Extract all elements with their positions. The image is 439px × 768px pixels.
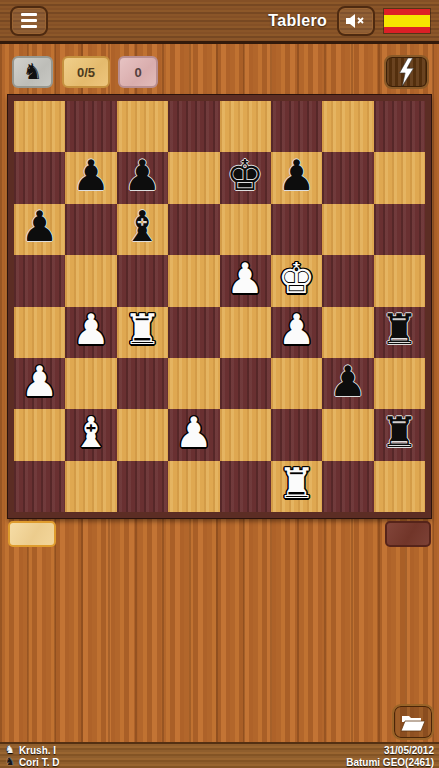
square-a2[interactable] (14, 409, 65, 460)
square-g3[interactable]: ♟ (322, 358, 373, 409)
square-c1[interactable] (117, 461, 168, 512)
square-h3[interactable] (374, 358, 425, 409)
game-info-bar: ♞ Krush. I ♞ Cori T. D 31/05/2012 Batumi… (0, 742, 439, 768)
square-c3[interactable] (117, 358, 168, 409)
white-knight-icon: ♞ (5, 745, 15, 755)
square-f1[interactable]: ♜ (271, 461, 322, 512)
piece-wp-f4[interactable]: ♟ (278, 309, 316, 351)
square-e8[interactable] (220, 101, 271, 152)
square-e7[interactable]: ♚ (220, 152, 271, 203)
square-g8[interactable] (322, 101, 373, 152)
square-a3[interactable]: ♟ (14, 358, 65, 409)
black-player-row: ♞ Cori T. D (5, 757, 59, 768)
square-b8[interactable] (65, 101, 116, 152)
black-knight-icon: ♞ (5, 757, 15, 767)
square-b3[interactable] (65, 358, 116, 409)
square-c6[interactable]: ♝ (117, 204, 168, 255)
secondary-counter-badge[interactable]: 0 (118, 56, 158, 88)
square-d4[interactable] (168, 307, 219, 358)
engine-button[interactable] (384, 55, 429, 89)
flag-red-stripe (384, 27, 430, 33)
piece-br-h4[interactable]: ♜ (380, 309, 418, 351)
piece-bp-g3[interactable]: ♟ (329, 361, 367, 403)
spain-flag-icon[interactable] (383, 8, 431, 34)
square-d1[interactable] (168, 461, 219, 512)
piece-wp-e5[interactable]: ♟ (226, 258, 264, 300)
lightning-icon (397, 58, 417, 86)
square-c5[interactable] (117, 255, 168, 306)
square-c4[interactable]: ♜ (117, 307, 168, 358)
square-c2[interactable] (117, 409, 168, 460)
square-a1[interactable] (14, 461, 65, 512)
piece-wb-b2[interactable]: ♝ (72, 412, 110, 454)
square-f7[interactable]: ♟ (271, 152, 322, 203)
square-b1[interactable] (65, 461, 116, 512)
square-h7[interactable] (374, 152, 425, 203)
square-e4[interactable] (220, 307, 271, 358)
square-f3[interactable] (271, 358, 322, 409)
square-g5[interactable] (322, 255, 373, 306)
square-h2[interactable]: ♜ (374, 409, 425, 460)
square-a7[interactable] (14, 152, 65, 203)
piece-mode-button[interactable]: ♞ (12, 56, 53, 88)
square-a8[interactable] (14, 101, 65, 152)
page-title: Tablero (268, 12, 327, 30)
square-e1[interactable] (220, 461, 271, 512)
square-c7[interactable]: ♟ (117, 152, 168, 203)
event-block: 31/05/2012 Batumi GEO(2461) (346, 745, 434, 768)
piece-wr-f1[interactable]: ♜ (278, 463, 316, 505)
square-g6[interactable] (322, 204, 373, 255)
folder-icon (401, 713, 425, 732)
square-d3[interactable] (168, 358, 219, 409)
square-d8[interactable] (168, 101, 219, 152)
square-h5[interactable] (374, 255, 425, 306)
square-d6[interactable] (168, 204, 219, 255)
square-a4[interactable] (14, 307, 65, 358)
square-b7[interactable]: ♟ (65, 152, 116, 203)
mute-button[interactable] (337, 6, 375, 36)
knight-icon: ♞ (23, 61, 43, 83)
square-h6[interactable] (374, 204, 425, 255)
piece-bp-b7[interactable]: ♟ (72, 155, 110, 197)
square-f4[interactable]: ♟ (271, 307, 322, 358)
piece-bb-c6[interactable]: ♝ (124, 206, 162, 248)
square-a6[interactable]: ♟ (14, 204, 65, 255)
square-d5[interactable] (168, 255, 219, 306)
square-g2[interactable] (322, 409, 373, 460)
white-player-name: Krush. I (19, 745, 56, 756)
square-a5[interactable] (14, 255, 65, 306)
game-date: 31/05/2012 (346, 745, 434, 756)
square-b4[interactable]: ♟ (65, 307, 116, 358)
piece-wp-a3[interactable]: ♟ (21, 361, 59, 403)
square-e5[interactable]: ♟ (220, 255, 271, 306)
square-f2[interactable] (271, 409, 322, 460)
white-capture-tray (8, 521, 56, 547)
screen: { "game": "chess", "position": { "fen": … (0, 0, 439, 768)
piece-bp-c7[interactable]: ♟ (124, 155, 162, 197)
piece-wp-b4[interactable]: ♟ (72, 309, 110, 351)
game-event: Batumi GEO(2461) (346, 757, 434, 768)
flag-yellow-stripe (384, 15, 430, 27)
square-d2[interactable]: ♟ (168, 409, 219, 460)
square-g1[interactable] (322, 461, 373, 512)
piece-bp-a6[interactable]: ♟ (21, 206, 59, 248)
piece-bk-e7[interactable]: ♚ (226, 155, 264, 197)
players-block: ♞ Krush. I ♞ Cori T. D (5, 745, 59, 768)
square-g7[interactable] (322, 152, 373, 203)
piece-wr-c4[interactable]: ♜ (124, 309, 162, 351)
piece-br-h2[interactable]: ♜ (380, 412, 418, 454)
open-game-button[interactable] (392, 704, 434, 740)
moves-counter-badge[interactable]: 0/5 (62, 56, 110, 88)
piece-wk-f5[interactable]: ♚ (278, 258, 316, 300)
speaker-muted-icon (345, 13, 367, 29)
menu-button[interactable] (10, 6, 48, 36)
square-h4[interactable]: ♜ (374, 307, 425, 358)
square-b5[interactable] (65, 255, 116, 306)
square-h8[interactable] (374, 101, 425, 152)
top-bar: Tablero (0, 0, 439, 44)
white-player-row: ♞ Krush. I (5, 745, 59, 756)
piece-wp-d2[interactable]: ♟ (175, 412, 213, 454)
toolbar: ♞ 0/5 0 (0, 56, 439, 90)
square-b6[interactable] (65, 204, 116, 255)
square-f5[interactable]: ♚ (271, 255, 322, 306)
square-e6[interactable] (220, 204, 271, 255)
square-e3[interactable] (220, 358, 271, 409)
black-capture-tray (385, 521, 431, 547)
square-b2[interactable]: ♝ (65, 409, 116, 460)
square-g4[interactable] (322, 307, 373, 358)
hamburger-icon (21, 13, 37, 28)
square-h1[interactable] (374, 461, 425, 512)
black-player-name: Cori T. D (19, 757, 60, 768)
square-d7[interactable] (168, 152, 219, 203)
piece-bp-f7[interactable]: ♟ (278, 155, 316, 197)
board: ♟♟♚♟♟♝♟♚♟♜♟♜♟♟♝♟♜♜ (8, 95, 431, 518)
square-f6[interactable] (271, 204, 322, 255)
square-f8[interactable] (271, 101, 322, 152)
square-e2[interactable] (220, 409, 271, 460)
square-c8[interactable] (117, 101, 168, 152)
